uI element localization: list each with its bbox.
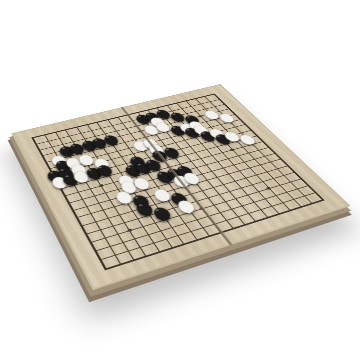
grid-line-vertical bbox=[186, 101, 290, 210]
grid-line-vertical bbox=[195, 99, 301, 207]
product-photo-scene: ●●●●●●●●●●●●●●●●●●●●●●●●●●●●●●●●●●●●●●●●… bbox=[0, 0, 360, 360]
grid-line-horizontal bbox=[96, 185, 307, 250]
grid-line-horizontal bbox=[101, 192, 315, 259]
board-grid: ●●●●●●●●●●●●●●●●●●●●●●●●●●●●●●●●●●●●●●●●… bbox=[31, 93, 324, 270]
go-board: ●●●●●●●●●●●●●●●●●●●●●●●●●●●●●●●●●●●●●●●●… bbox=[11, 84, 350, 290]
